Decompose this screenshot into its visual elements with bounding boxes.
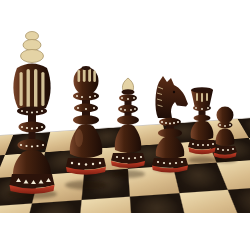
king-stem [29, 132, 36, 139]
king-barrel-body [13, 64, 50, 112]
piece-shadow [111, 170, 145, 178]
rook-turret-top [191, 87, 213, 93]
bishop-collar [117, 115, 139, 124]
piece-pawn [213, 107, 237, 159]
king-bulb [13, 150, 51, 174]
queen-body-highlight [75, 129, 83, 147]
piece-rook [188, 87, 216, 154]
queen-dome-cap [82, 66, 91, 70]
king-finial-discs [21, 32, 44, 63]
piece-knight [152, 76, 188, 173]
pawn-base [213, 146, 237, 154]
bishop-body [115, 124, 141, 153]
bishop-acorn-finial [122, 78, 133, 91]
bishop-acorn-cup [122, 89, 135, 95]
pawn-ball-head [217, 107, 234, 124]
king-stem [28, 115, 36, 122]
knight-body [156, 136, 184, 159]
knight-eye [173, 91, 175, 93]
pawn-body [216, 129, 235, 147]
rook-base [188, 140, 216, 150]
queen-collar [73, 115, 99, 125]
piece-king [10, 32, 55, 195]
queen-body [70, 124, 102, 158]
chess-set-photo [0, 0, 250, 250]
piece-bishop [111, 78, 145, 168]
piece-queen [66, 66, 106, 175]
rook-body [191, 121, 214, 141]
pieces-layer [0, 0, 250, 250]
piece-shadow [65, 181, 107, 190]
piece-shadow [188, 157, 216, 164]
rook-collar [194, 115, 211, 122]
knight-horse-head [155, 76, 188, 118]
